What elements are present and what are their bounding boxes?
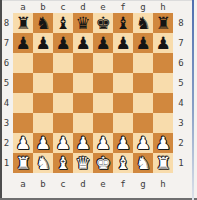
file-label-d: d — [73, 0, 93, 13]
square-e5[interactable] — [93, 73, 113, 93]
square-c6[interactable] — [53, 53, 73, 73]
piece-white-bishop[interactable]: ♝ — [53, 153, 73, 173]
square-f1[interactable]: ♝ — [113, 153, 133, 173]
square-a7[interactable]: ♟ — [13, 33, 33, 53]
square-h2[interactable]: ♟ — [153, 133, 173, 153]
file-label-f: f — [113, 0, 133, 13]
piece-black-rook[interactable]: ♜ — [13, 13, 33, 33]
square-d7[interactable]: ♟ — [73, 33, 93, 53]
square-g5[interactable] — [133, 73, 153, 93]
file-label-e: e — [93, 173, 113, 195]
square-e7[interactable]: ♟ — [93, 33, 113, 53]
rank-label-1: 1 — [0, 153, 13, 173]
file-labels-bottom: abcdefgh — [13, 173, 173, 195]
piece-black-queen[interactable]: ♛ — [73, 13, 93, 33]
square-g7[interactable]: ♟ — [133, 33, 153, 53]
square-g2[interactable]: ♟ — [133, 133, 153, 153]
square-a4[interactable] — [13, 93, 33, 113]
square-d4[interactable] — [73, 93, 93, 113]
piece-black-bishop[interactable]: ♝ — [113, 13, 133, 33]
rank-label-1: 1 — [173, 153, 189, 173]
square-e3[interactable] — [93, 113, 113, 133]
square-f8[interactable]: ♝ — [113, 13, 133, 33]
rank-label-4: 4 — [0, 93, 13, 113]
square-h3[interactable] — [153, 113, 173, 133]
square-d3[interactable] — [73, 113, 93, 133]
rank-labels-left: 87654321 — [0, 13, 13, 173]
file-label-f: f — [113, 173, 133, 195]
piece-black-king[interactable]: ♚ — [93, 13, 113, 33]
square-a6[interactable] — [13, 53, 33, 73]
square-h1[interactable]: ♜ — [153, 153, 173, 173]
square-h5[interactable] — [153, 73, 173, 93]
square-h6[interactable] — [153, 53, 173, 73]
square-f3[interactable] — [113, 113, 133, 133]
square-e2[interactable]: ♟ — [93, 133, 113, 153]
piece-black-pawn[interactable]: ♟ — [113, 33, 133, 53]
piece-white-pawn[interactable]: ♟ — [133, 133, 153, 153]
square-b7[interactable]: ♟ — [33, 33, 53, 53]
square-g6[interactable] — [133, 53, 153, 73]
piece-white-pawn[interactable]: ♟ — [153, 133, 173, 153]
file-label-h: h — [153, 173, 173, 195]
rank-label-7: 7 — [173, 33, 189, 53]
piece-black-bishop[interactable]: ♝ — [53, 13, 73, 33]
square-c5[interactable] — [53, 73, 73, 93]
file-label-h: h — [153, 0, 173, 13]
piece-black-knight[interactable]: ♞ — [33, 13, 53, 33]
square-b2[interactable]: ♟ — [33, 133, 53, 153]
square-b4[interactable] — [33, 93, 53, 113]
piece-white-pawn[interactable]: ♟ — [53, 133, 73, 153]
piece-white-pawn[interactable]: ♟ — [93, 133, 113, 153]
piece-black-pawn[interactable]: ♟ — [13, 33, 33, 53]
rank-label-2: 2 — [0, 133, 13, 153]
rank-label-2: 2 — [173, 133, 189, 153]
square-d2[interactable]: ♟ — [73, 133, 93, 153]
square-b5[interactable] — [33, 73, 53, 93]
piece-black-pawn[interactable]: ♟ — [133, 33, 153, 53]
square-a2[interactable]: ♟ — [13, 133, 33, 153]
file-label-b: b — [33, 0, 53, 13]
square-e6[interactable] — [93, 53, 113, 73]
piece-white-rook[interactable]: ♜ — [153, 153, 173, 173]
rank-labels-right: 87654321 — [173, 13, 189, 173]
square-c3[interactable] — [53, 113, 73, 133]
square-f2[interactable]: ♟ — [113, 133, 133, 153]
square-g8[interactable]: ♞ — [133, 13, 153, 33]
chess-board: ♜♞♝♛♚♝♞♜♟♟♟♟♟♟♟♟♟♟♟♟♟♟♟♟♜♞♝♛♚♝♞♜ — [13, 13, 173, 173]
piece-white-rook[interactable]: ♜ — [13, 153, 33, 173]
file-label-g: g — [133, 173, 153, 195]
frame-edge-right — [192, 0, 194, 200]
piece-white-pawn[interactable]: ♟ — [73, 133, 93, 153]
rank-label-7: 7 — [0, 33, 13, 53]
square-a3[interactable] — [13, 113, 33, 133]
rank-label-6: 6 — [173, 53, 189, 73]
rank-label-8: 8 — [0, 13, 13, 33]
square-b1[interactable]: ♞ — [33, 153, 53, 173]
square-f5[interactable] — [113, 73, 133, 93]
file-label-b: b — [33, 173, 53, 195]
rank-label-8: 8 — [173, 13, 189, 33]
piece-white-pawn[interactable]: ♟ — [33, 133, 53, 153]
piece-black-pawn[interactable]: ♟ — [93, 33, 113, 53]
piece-black-pawn[interactable]: ♟ — [53, 33, 73, 53]
chess-diagram: abcdefgh 87654321 87654321 abcdefgh ♜♞♝♛… — [0, 0, 197, 200]
piece-white-pawn[interactable]: ♟ — [13, 133, 33, 153]
square-c4[interactable] — [53, 93, 73, 113]
square-c7[interactable]: ♟ — [53, 33, 73, 53]
square-f4[interactable] — [113, 93, 133, 113]
rank-label-6: 6 — [0, 53, 13, 73]
square-b3[interactable] — [33, 113, 53, 133]
piece-black-pawn[interactable]: ♟ — [33, 33, 53, 53]
rank-label-4: 4 — [173, 93, 189, 113]
square-h4[interactable] — [153, 93, 173, 113]
square-b6[interactable] — [33, 53, 53, 73]
piece-white-bishop[interactable]: ♝ — [113, 153, 133, 173]
square-a1[interactable]: ♜ — [13, 153, 33, 173]
rank-label-5: 5 — [173, 73, 189, 93]
piece-white-knight[interactable]: ♞ — [133, 153, 153, 173]
square-h8[interactable]: ♜ — [153, 13, 173, 33]
square-c2[interactable]: ♟ — [53, 133, 73, 153]
rank-label-3: 3 — [173, 113, 189, 133]
piece-white-king[interactable]: ♚ — [93, 153, 113, 173]
rank-label-3: 3 — [0, 113, 13, 133]
frame-edge-bottom — [0, 198, 197, 200]
square-d6[interactable] — [73, 53, 93, 73]
square-b8[interactable]: ♞ — [33, 13, 53, 33]
square-d5[interactable] — [73, 73, 93, 93]
file-label-d: d — [73, 173, 93, 195]
square-g4[interactable] — [133, 93, 153, 113]
piece-black-pawn[interactable]: ♟ — [73, 33, 93, 53]
square-d1[interactable]: ♛ — [73, 153, 93, 173]
piece-black-rook[interactable]: ♜ — [153, 13, 173, 33]
square-h7[interactable]: ♟ — [153, 33, 173, 53]
square-c1[interactable]: ♝ — [53, 153, 73, 173]
square-e8[interactable]: ♚ — [93, 13, 113, 33]
piece-white-knight[interactable]: ♞ — [33, 153, 53, 173]
piece-white-pawn[interactable]: ♟ — [113, 133, 133, 153]
file-label-a: a — [13, 0, 33, 13]
square-c8[interactable]: ♝ — [53, 13, 73, 33]
square-e4[interactable] — [93, 93, 113, 113]
square-a5[interactable] — [13, 73, 33, 93]
square-d8[interactable]: ♛ — [73, 13, 93, 33]
square-f7[interactable]: ♟ — [113, 33, 133, 53]
square-f6[interactable] — [113, 53, 133, 73]
file-label-c: c — [53, 173, 73, 195]
piece-black-pawn[interactable]: ♟ — [153, 33, 173, 53]
file-labels-top: abcdefgh — [13, 0, 173, 13]
file-label-g: g — [133, 0, 153, 13]
rank-label-5: 5 — [0, 73, 13, 93]
file-label-e: e — [93, 0, 113, 13]
file-label-c: c — [53, 0, 73, 13]
square-e1[interactable]: ♚ — [93, 153, 113, 173]
file-label-a: a — [13, 173, 33, 195]
piece-white-queen[interactable]: ♛ — [73, 153, 93, 173]
square-g3[interactable] — [133, 113, 153, 133]
square-g1[interactable]: ♞ — [133, 153, 153, 173]
piece-black-knight[interactable]: ♞ — [133, 13, 153, 33]
square-a8[interactable]: ♜ — [13, 13, 33, 33]
